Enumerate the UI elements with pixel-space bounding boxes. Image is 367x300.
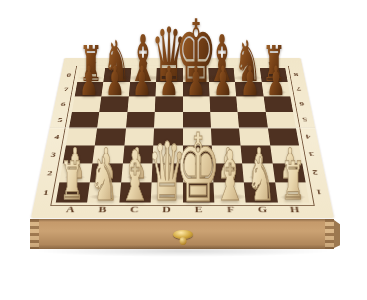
- piece-light-rook-h1[interactable]: ♜: [280, 155, 305, 208]
- piece-dark-pawn-a7[interactable]: ♟: [79, 60, 98, 101]
- piece-dark-pawn-e7[interactable]: ♟: [186, 60, 205, 101]
- piece-dark-pawn-c7[interactable]: ♟: [133, 60, 152, 101]
- pieces-layer: ♜♞♝♛♚♝♞♜♟♟♟♟♟♟♟♟♟♟♟♟♟♟♟♟♜♞♝♛♚♝♞♜: [0, 0, 367, 300]
- chess-set-photo: ABCDEFGHABCDEFGH8765432187654321 ♜♞♝♛♚♝♞…: [0, 0, 367, 300]
- piece-light-rook-a1[interactable]: ♜: [60, 155, 85, 208]
- piece-dark-pawn-d7[interactable]: ♟: [159, 60, 178, 101]
- piece-light-knight-g1[interactable]: ♞: [247, 149, 276, 209]
- piece-dark-pawn-f7[interactable]: ♟: [213, 60, 232, 101]
- piece-dark-pawn-b7[interactable]: ♟: [106, 60, 125, 101]
- piece-dark-pawn-h7[interactable]: ♟: [267, 60, 286, 101]
- piece-light-bishop-f1[interactable]: ♝: [213, 142, 246, 211]
- piece-dark-pawn-g7[interactable]: ♟: [240, 60, 259, 101]
- piece-light-knight-b1[interactable]: ♞: [89, 149, 118, 209]
